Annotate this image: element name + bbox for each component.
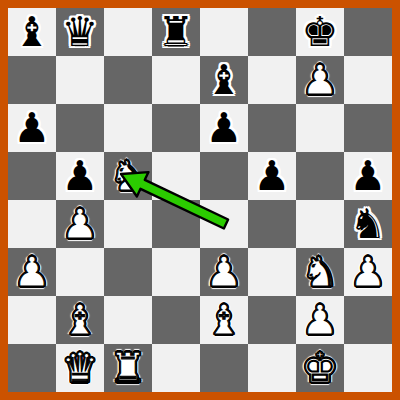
square-a7[interactable]: [8, 56, 56, 104]
black-king: ♚: [296, 8, 344, 56]
square-c2[interactable]: [104, 296, 152, 344]
square-f8[interactable]: [248, 8, 296, 56]
square-g4[interactable]: [296, 200, 344, 248]
square-b2[interactable]: ♝: [56, 296, 104, 344]
black-pawn: ♟: [56, 152, 104, 200]
square-b3[interactable]: [56, 248, 104, 296]
white-queen: ♛: [56, 344, 104, 392]
black-bishop: ♝: [8, 8, 56, 56]
black-rook: ♜: [152, 8, 200, 56]
square-d8[interactable]: ♜: [152, 8, 200, 56]
square-d2[interactable]: [152, 296, 200, 344]
square-e3[interactable]: ♟: [200, 248, 248, 296]
square-a1[interactable]: [8, 344, 56, 392]
square-b8[interactable]: ♛: [56, 8, 104, 56]
square-h1[interactable]: [344, 344, 392, 392]
square-c3[interactable]: [104, 248, 152, 296]
square-g6[interactable]: [296, 104, 344, 152]
chess-board: ♝♛♜♚♝♟♟♟♟♞♟♟♟♞♟♟♞♟♝♝♟♛♜♚: [8, 8, 392, 392]
chess-app-window: ♝♛♜♚♝♟♟♟♟♞♟♟♟♞♟♟♞♟♝♝♟♛♜♚: [0, 0, 400, 400]
black-pawn: ♟: [248, 152, 296, 200]
square-c4[interactable]: [104, 200, 152, 248]
square-d6[interactable]: [152, 104, 200, 152]
black-pawn: ♟: [200, 104, 248, 152]
square-e2[interactable]: ♝: [200, 296, 248, 344]
square-f1[interactable]: [248, 344, 296, 392]
square-g2[interactable]: ♟: [296, 296, 344, 344]
white-pawn: ♟: [8, 248, 56, 296]
square-e7[interactable]: ♝: [200, 56, 248, 104]
square-h3[interactable]: ♟: [344, 248, 392, 296]
white-knight: ♞: [296, 248, 344, 296]
square-c7[interactable]: [104, 56, 152, 104]
square-e6[interactable]: ♟: [200, 104, 248, 152]
square-f7[interactable]: [248, 56, 296, 104]
square-g1[interactable]: ♚: [296, 344, 344, 392]
square-d3[interactable]: [152, 248, 200, 296]
square-d1[interactable]: [152, 344, 200, 392]
white-pawn: ♟: [296, 296, 344, 344]
white-pawn: ♟: [200, 248, 248, 296]
white-king: ♚: [296, 344, 344, 392]
square-h6[interactable]: [344, 104, 392, 152]
square-d7[interactable]: [152, 56, 200, 104]
square-b4[interactable]: ♟: [56, 200, 104, 248]
square-g8[interactable]: ♚: [296, 8, 344, 56]
black-bishop: ♝: [200, 56, 248, 104]
square-h4[interactable]: ♞: [344, 200, 392, 248]
square-e4[interactable]: [200, 200, 248, 248]
square-c1[interactable]: ♜: [104, 344, 152, 392]
white-rook: ♜: [104, 344, 152, 392]
square-f4[interactable]: [248, 200, 296, 248]
square-a4[interactable]: [8, 200, 56, 248]
square-h7[interactable]: [344, 56, 392, 104]
square-d4[interactable]: [152, 200, 200, 248]
square-a6[interactable]: ♟: [8, 104, 56, 152]
square-b1[interactable]: ♛: [56, 344, 104, 392]
black-knight: ♞: [344, 200, 392, 248]
square-g5[interactable]: [296, 152, 344, 200]
square-d5[interactable]: [152, 152, 200, 200]
white-bishop: ♝: [200, 296, 248, 344]
white-bishop: ♝: [56, 296, 104, 344]
square-b7[interactable]: [56, 56, 104, 104]
square-h5[interactable]: ♟: [344, 152, 392, 200]
square-f2[interactable]: [248, 296, 296, 344]
black-pawn: ♟: [344, 152, 392, 200]
black-pawn: ♟: [8, 104, 56, 152]
square-c6[interactable]: [104, 104, 152, 152]
square-b5[interactable]: ♟: [56, 152, 104, 200]
square-g7[interactable]: ♟: [296, 56, 344, 104]
white-pawn: ♟: [344, 248, 392, 296]
black-queen: ♛: [56, 8, 104, 56]
square-a8[interactable]: ♝: [8, 8, 56, 56]
square-b6[interactable]: [56, 104, 104, 152]
square-c5[interactable]: ♞: [104, 152, 152, 200]
square-e5[interactable]: [200, 152, 248, 200]
square-a5[interactable]: [8, 152, 56, 200]
square-h8[interactable]: [344, 8, 392, 56]
square-f3[interactable]: [248, 248, 296, 296]
square-a2[interactable]: [8, 296, 56, 344]
white-pawn: ♟: [296, 56, 344, 104]
white-knight: ♞: [104, 152, 152, 200]
square-f5[interactable]: ♟: [248, 152, 296, 200]
square-e1[interactable]: [200, 344, 248, 392]
square-a3[interactable]: ♟: [8, 248, 56, 296]
square-f6[interactable]: [248, 104, 296, 152]
white-pawn: ♟: [56, 200, 104, 248]
square-g3[interactable]: ♞: [296, 248, 344, 296]
square-c8[interactable]: [104, 8, 152, 56]
square-e8[interactable]: [200, 8, 248, 56]
square-h2[interactable]: [344, 296, 392, 344]
